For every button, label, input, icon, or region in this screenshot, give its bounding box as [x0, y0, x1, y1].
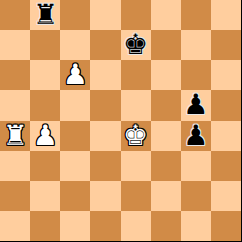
square-g4[interactable]: ♟	[181, 121, 211, 151]
square-g5[interactable]: ♟	[181, 90, 211, 120]
square-f8[interactable]	[151, 0, 181, 30]
square-d3[interactable]	[90, 151, 120, 181]
square-g7[interactable]	[181, 30, 211, 60]
square-c7[interactable]	[60, 30, 90, 60]
square-g2[interactable]	[181, 181, 211, 211]
square-c2[interactable]	[60, 181, 90, 211]
square-a6[interactable]	[0, 60, 30, 90]
square-d6[interactable]	[90, 60, 120, 90]
square-c5[interactable]	[60, 90, 90, 120]
square-a3[interactable]	[0, 151, 30, 181]
piece-white-pawn-c6[interactable]: ♟	[63, 61, 88, 89]
square-e7[interactable]: ♚	[121, 30, 151, 60]
square-f1[interactable]	[151, 211, 181, 241]
square-b3[interactable]	[30, 151, 60, 181]
piece-black-king-e7[interactable]: ♚	[123, 31, 148, 59]
square-b5[interactable]	[30, 90, 60, 120]
square-c8[interactable]	[60, 0, 90, 30]
piece-black-pawn-g4[interactable]: ♟	[183, 122, 208, 150]
square-b2[interactable]	[30, 181, 60, 211]
square-e5[interactable]	[121, 90, 151, 120]
square-e4[interactable]: ♚	[121, 121, 151, 151]
square-h4[interactable]	[211, 121, 241, 151]
square-a2[interactable]	[0, 181, 30, 211]
square-h1[interactable]	[211, 211, 241, 241]
square-g6[interactable]	[181, 60, 211, 90]
square-c4[interactable]	[60, 121, 90, 151]
square-b4[interactable]: ♟	[30, 121, 60, 151]
square-f2[interactable]	[151, 181, 181, 211]
piece-white-pawn-b4[interactable]: ♟	[33, 122, 58, 150]
square-d2[interactable]	[90, 181, 120, 211]
piece-white-king-e4[interactable]: ♚	[123, 122, 148, 150]
square-a8[interactable]	[0, 0, 30, 30]
chess-board: ♜♚♟♟♜♟♚♟	[0, 0, 242, 242]
piece-white-rook-a4[interactable]: ♜	[3, 122, 28, 150]
piece-black-pawn-g5[interactable]: ♟	[183, 91, 208, 119]
square-c3[interactable]	[60, 151, 90, 181]
square-g1[interactable]	[181, 211, 211, 241]
square-a5[interactable]	[0, 90, 30, 120]
square-e1[interactable]	[121, 211, 151, 241]
square-h3[interactable]	[211, 151, 241, 181]
square-c6[interactable]: ♟	[60, 60, 90, 90]
square-f3[interactable]	[151, 151, 181, 181]
square-a7[interactable]	[0, 30, 30, 60]
square-h6[interactable]	[211, 60, 241, 90]
piece-black-rook-b8[interactable]: ♜	[33, 1, 58, 29]
square-e6[interactable]	[121, 60, 151, 90]
square-e2[interactable]	[121, 181, 151, 211]
square-b1[interactable]	[30, 211, 60, 241]
square-d7[interactable]	[90, 30, 120, 60]
square-f7[interactable]	[151, 30, 181, 60]
square-c1[interactable]	[60, 211, 90, 241]
square-h8[interactable]	[211, 0, 241, 30]
square-g3[interactable]	[181, 151, 211, 181]
square-f5[interactable]	[151, 90, 181, 120]
square-a4[interactable]: ♜	[0, 121, 30, 151]
square-e8[interactable]	[121, 0, 151, 30]
square-b6[interactable]	[30, 60, 60, 90]
square-f4[interactable]	[151, 121, 181, 151]
square-e3[interactable]	[121, 151, 151, 181]
square-h7[interactable]	[211, 30, 241, 60]
square-d4[interactable]	[90, 121, 120, 151]
square-g8[interactable]	[181, 0, 211, 30]
square-d1[interactable]	[90, 211, 120, 241]
square-h5[interactable]	[211, 90, 241, 120]
square-b8[interactable]: ♜	[30, 0, 60, 30]
square-a1[interactable]	[0, 211, 30, 241]
square-d5[interactable]	[90, 90, 120, 120]
square-f6[interactable]	[151, 60, 181, 90]
square-b7[interactable]	[30, 30, 60, 60]
square-d8[interactable]	[90, 0, 120, 30]
square-h2[interactable]	[211, 181, 241, 211]
